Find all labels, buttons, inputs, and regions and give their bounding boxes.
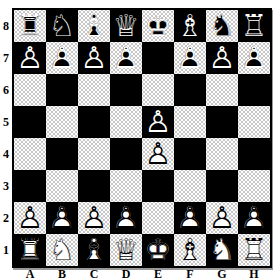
square-b5[interactable]	[46, 106, 78, 138]
square-f5[interactable]	[174, 106, 206, 138]
black-pawn-g7-icon[interactable]: ♟♙	[206, 42, 238, 74]
square-a7[interactable]: ♟♙	[14, 42, 46, 74]
white-pawn-e4-icon[interactable]: ♟♙	[142, 138, 174, 170]
square-e5[interactable]: ♟♙	[142, 106, 174, 138]
white-knight-b1-icon[interactable]: ♞♘	[46, 234, 78, 266]
file-label-h: H	[238, 268, 270, 280]
square-b2[interactable]: ♟♙	[46, 202, 78, 234]
piece-outline-glyph: ♙	[238, 42, 270, 74]
square-g5[interactable]	[206, 106, 238, 138]
square-h8[interactable]: ♜♖	[238, 10, 270, 42]
square-h4[interactable]	[238, 138, 270, 170]
black-pawn-d7-icon[interactable]: ♟♙	[110, 42, 142, 74]
piece-outline-glyph: ♙	[46, 42, 78, 74]
white-pawn-h2-icon[interactable]: ♟♙	[238, 202, 270, 234]
black-bishop-f8-icon[interactable]: ♝♗	[174, 10, 206, 42]
piece-outline-glyph: ♖	[238, 234, 270, 266]
square-g3[interactable]	[206, 170, 238, 202]
square-h6[interactable]	[238, 74, 270, 106]
rank-label-2: 2	[0, 202, 12, 234]
square-g8[interactable]: ♞♘	[206, 10, 238, 42]
piece-outline-glyph: ♖	[238, 10, 270, 42]
square-f2[interactable]: ♟♙	[174, 202, 206, 234]
rank-label-4: 4	[0, 138, 12, 170]
piece-outline-glyph: ♙	[206, 202, 238, 234]
white-knight-g1-icon[interactable]: ♞♘	[206, 234, 238, 266]
piece-outline-glyph: ♙	[14, 42, 46, 74]
white-queen-d1-icon[interactable]: ♛♕	[110, 234, 142, 266]
file-label-d: D	[110, 268, 142, 280]
square-a4[interactable]	[14, 138, 46, 170]
piece-outline-glyph: ♙	[174, 202, 206, 234]
square-b8[interactable]: ♞♘	[46, 10, 78, 42]
square-g2[interactable]: ♟♙	[206, 202, 238, 234]
square-f3[interactable]	[174, 170, 206, 202]
piece-outline-glyph: ♙	[46, 202, 78, 234]
piece-outline-glyph: ♘	[46, 234, 78, 266]
rank-label-3: 3	[0, 170, 12, 202]
square-b7[interactable]: ♟♙	[46, 42, 78, 74]
rank-labels: 87654321	[0, 10, 12, 266]
square-b6[interactable]	[46, 74, 78, 106]
white-king-e1-icon[interactable]: ♚♔	[142, 234, 174, 266]
square-f4[interactable]	[174, 138, 206, 170]
square-c4[interactable]	[78, 138, 110, 170]
square-a5[interactable]	[14, 106, 46, 138]
file-label-b: B	[46, 268, 78, 280]
square-b3[interactable]	[46, 170, 78, 202]
square-d5[interactable]	[110, 106, 142, 138]
black-pawn-a7-icon[interactable]: ♟♙	[14, 42, 46, 74]
white-pawn-g2-icon[interactable]: ♟♙	[206, 202, 238, 234]
black-rook-a8-icon[interactable]: ♜♖	[14, 10, 46, 42]
square-a1[interactable]: ♜♖	[14, 234, 46, 266]
piece-outline-glyph: ♙	[142, 138, 174, 170]
black-pawn-b7-icon[interactable]: ♟♙	[46, 42, 78, 74]
square-h3[interactable]	[238, 170, 270, 202]
black-pawn-f7-icon[interactable]: ♟♙	[174, 42, 206, 74]
black-bishop-c8-icon[interactable]: ♝♗	[78, 10, 110, 42]
file-label-f: F	[174, 268, 206, 280]
square-b4[interactable]	[46, 138, 78, 170]
piece-outline-glyph: ♙	[174, 42, 206, 74]
piece-outline-glyph: ♕	[110, 234, 142, 266]
square-h2[interactable]: ♟♙	[238, 202, 270, 234]
rank-label-8: 8	[0, 10, 12, 42]
piece-outline-glyph: ♕	[110, 10, 142, 42]
square-a3[interactable]	[14, 170, 46, 202]
square-c7[interactable]: ♟♙	[78, 42, 110, 74]
white-bishop-c1-icon[interactable]: ♝♗	[78, 234, 110, 266]
rank-label-7: 7	[0, 42, 12, 74]
square-c5[interactable]	[78, 106, 110, 138]
black-pawn-c7-icon[interactable]: ♟♙	[78, 42, 110, 74]
square-h7[interactable]: ♟♙	[238, 42, 270, 74]
white-pawn-a2-icon[interactable]: ♟♙	[14, 202, 46, 234]
square-e8[interactable]: ♚♔	[142, 10, 174, 42]
white-rook-a1-icon[interactable]: ♜♖	[14, 234, 46, 266]
square-d7[interactable]: ♟♙	[110, 42, 142, 74]
square-g6[interactable]	[206, 74, 238, 106]
black-knight-g8-icon[interactable]: ♞♘	[206, 10, 238, 42]
white-pawn-f2-icon[interactable]: ♟♙	[174, 202, 206, 234]
piece-outline-glyph: ♙	[78, 42, 110, 74]
chess-board[interactable]: ♜♖♞♘♝♗♛♕♚♔♝♗♞♘♜♖♟♙♟♙♟♙♟♙♟♙♟♙♟♙♟♙♟♙♟♙♟♙♟♙…	[12, 8, 272, 268]
square-e3[interactable]	[142, 170, 174, 202]
square-d4[interactable]	[110, 138, 142, 170]
piece-outline-glyph: ♗	[78, 10, 110, 42]
rank-label-6: 6	[0, 74, 12, 106]
file-label-c: C	[78, 268, 110, 280]
square-e7[interactable]	[142, 42, 174, 74]
black-king-e8-icon[interactable]: ♚♔	[142, 10, 174, 42]
square-d2[interactable]: ♟♙	[110, 202, 142, 234]
rank-label-5: 5	[0, 106, 12, 138]
square-e6[interactable]	[142, 74, 174, 106]
piece-outline-glyph: ♙	[110, 42, 142, 74]
square-e2[interactable]	[142, 202, 174, 234]
white-pawn-d2-icon[interactable]: ♟♙	[110, 202, 142, 234]
square-d3[interactable]	[110, 170, 142, 202]
square-a2[interactable]: ♟♙	[14, 202, 46, 234]
rank-label-1: 1	[0, 234, 12, 266]
square-d6[interactable]	[110, 74, 142, 106]
white-pawn-b2-icon[interactable]: ♟♙	[46, 202, 78, 234]
black-knight-b8-icon[interactable]: ♞♘	[46, 10, 78, 42]
file-label-e: E	[142, 268, 174, 280]
black-pawn-h7-icon[interactable]: ♟♙	[238, 42, 270, 74]
square-f6[interactable]	[174, 74, 206, 106]
square-c2[interactable]: ♟♙	[78, 202, 110, 234]
piece-outline-glyph: ♔	[142, 234, 174, 266]
chess-diagram: 87654321 ♜♖♞♘♝♗♛♕♚♔♝♗♞♘♜♖♟♙♟♙♟♙♟♙♟♙♟♙♟♙♟…	[0, 0, 280, 280]
square-e4[interactable]: ♟♙	[142, 138, 174, 170]
piece-outline-glyph: ♙	[14, 202, 46, 234]
square-g1[interactable]: ♞♘	[206, 234, 238, 266]
white-bishop-f1-icon[interactable]: ♝♗	[174, 234, 206, 266]
black-rook-h8-icon[interactable]: ♜♖	[238, 10, 270, 42]
file-labels: ABCDEFGH	[14, 268, 270, 280]
black-queen-d8-icon[interactable]: ♛♕	[110, 10, 142, 42]
piece-outline-glyph: ♖	[14, 234, 46, 266]
piece-outline-glyph: ♙	[206, 42, 238, 74]
piece-outline-glyph: ♘	[206, 234, 238, 266]
square-f7[interactable]: ♟♙	[174, 42, 206, 74]
square-h5[interactable]	[238, 106, 270, 138]
square-d1[interactable]: ♛♕	[110, 234, 142, 266]
square-c1[interactable]: ♝♗	[78, 234, 110, 266]
square-b1[interactable]: ♞♘	[46, 234, 78, 266]
piece-outline-glyph: ♗	[174, 234, 206, 266]
piece-outline-glyph: ♙	[110, 202, 142, 234]
square-h1[interactable]: ♜♖	[238, 234, 270, 266]
square-c3[interactable]	[78, 170, 110, 202]
square-g7[interactable]: ♟♙	[206, 42, 238, 74]
file-label-g: G	[206, 268, 238, 280]
square-a6[interactable]	[14, 74, 46, 106]
square-e1[interactable]: ♚♔	[142, 234, 174, 266]
square-c8[interactable]: ♝♗	[78, 10, 110, 42]
piece-outline-glyph: ♘	[46, 10, 78, 42]
black-pawn-e5-icon[interactable]: ♟♙	[142, 106, 174, 138]
file-label-a: A	[14, 268, 46, 280]
piece-outline-glyph: ♗	[174, 10, 206, 42]
square-d8[interactable]: ♛♕	[110, 10, 142, 42]
square-c6[interactable]	[78, 74, 110, 106]
square-g4[interactable]	[206, 138, 238, 170]
square-f1[interactable]: ♝♗	[174, 234, 206, 266]
piece-outline-glyph: ♖	[14, 10, 46, 42]
piece-outline-glyph: ♙	[78, 202, 110, 234]
piece-outline-glyph: ♘	[206, 10, 238, 42]
square-f8[interactable]: ♝♗	[174, 10, 206, 42]
piece-outline-glyph: ♗	[78, 234, 110, 266]
piece-outline-glyph: ♙	[142, 106, 174, 138]
square-a8[interactable]: ♜♖	[14, 10, 46, 42]
white-rook-h1-icon[interactable]: ♜♖	[238, 234, 270, 266]
white-pawn-c2-icon[interactable]: ♟♙	[78, 202, 110, 234]
piece-outline-glyph: ♙	[238, 202, 270, 234]
piece-outline-glyph: ♔	[142, 10, 174, 42]
